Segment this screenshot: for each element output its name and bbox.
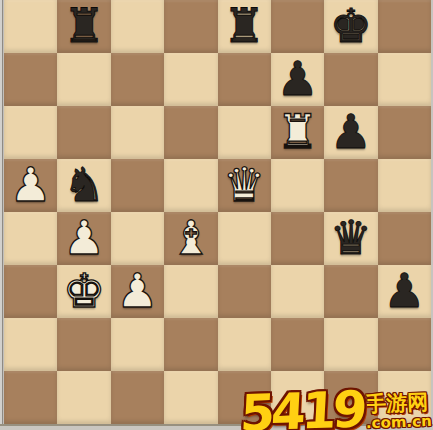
square-a5[interactable]: ♟: [4, 159, 57, 212]
square-b6[interactable]: [57, 106, 110, 159]
square-a3[interactable]: [4, 265, 57, 318]
square-e3[interactable]: [218, 265, 271, 318]
square-d7[interactable]: [164, 53, 217, 106]
square-c8[interactable]: [111, 0, 164, 53]
square-c3[interactable]: ♟: [111, 265, 164, 318]
piece-white-king[interactable]: ♚: [63, 267, 105, 314]
square-c1[interactable]: [111, 371, 164, 424]
square-h2[interactable]: [378, 318, 431, 371]
piece-black-rook[interactable]: ♜: [63, 2, 105, 49]
square-g8[interactable]: ♚: [324, 0, 377, 53]
square-f6[interactable]: ♜: [271, 106, 324, 159]
piece-black-pawn[interactable]: ♟: [276, 55, 318, 102]
square-h8[interactable]: [378, 0, 431, 53]
square-e6[interactable]: [218, 106, 271, 159]
square-g5[interactable]: [324, 159, 377, 212]
square-f1[interactable]: [271, 371, 324, 424]
square-h7[interactable]: [378, 53, 431, 106]
piece-black-king[interactable]: ♚: [330, 2, 372, 49]
square-d1[interactable]: [164, 371, 217, 424]
square-f3[interactable]: [271, 265, 324, 318]
square-f4[interactable]: [271, 212, 324, 265]
square-b8[interactable]: ♜: [57, 0, 110, 53]
square-e2[interactable]: [218, 318, 271, 371]
square-d5[interactable]: [164, 159, 217, 212]
square-c6[interactable]: [111, 106, 164, 159]
square-d8[interactable]: [164, 0, 217, 53]
square-d4[interactable]: ♝: [164, 212, 217, 265]
square-a7[interactable]: [4, 53, 57, 106]
square-f5[interactable]: [271, 159, 324, 212]
square-d2[interactable]: [164, 318, 217, 371]
square-h5[interactable]: [378, 159, 431, 212]
square-a6[interactable]: [4, 106, 57, 159]
square-b4[interactable]: ♟: [57, 212, 110, 265]
square-a2[interactable]: [4, 318, 57, 371]
square-b1[interactable]: [57, 371, 110, 424]
square-e7[interactable]: [218, 53, 271, 106]
square-d6[interactable]: [164, 106, 217, 159]
square-g6[interactable]: ♟: [324, 106, 377, 159]
square-e8[interactable]: ♜: [218, 0, 271, 53]
piece-white-bishop[interactable]: ♝: [170, 214, 212, 261]
piece-black-pawn[interactable]: ♟: [330, 108, 372, 155]
piece-white-pawn[interactable]: ♟: [116, 267, 158, 314]
piece-black-rook[interactable]: ♜: [223, 2, 265, 49]
piece-black-pawn[interactable]: ♟: [383, 267, 425, 314]
piece-white-queen[interactable]: ♛: [223, 161, 265, 208]
square-a4[interactable]: [4, 212, 57, 265]
square-b7[interactable]: [57, 53, 110, 106]
square-h3[interactable]: ♟: [378, 265, 431, 318]
piece-black-knight[interactable]: ♞: [63, 161, 105, 208]
square-g4[interactable]: ♛: [324, 212, 377, 265]
square-c5[interactable]: [111, 159, 164, 212]
square-f2[interactable]: [271, 318, 324, 371]
square-d3[interactable]: [164, 265, 217, 318]
square-c4[interactable]: [111, 212, 164, 265]
piece-white-pawn[interactable]: ♟: [63, 214, 105, 261]
square-a8[interactable]: [4, 0, 57, 53]
square-g7[interactable]: [324, 53, 377, 106]
piece-black-queen[interactable]: ♛: [330, 214, 372, 261]
piece-white-rook[interactable]: ♜: [276, 108, 318, 155]
square-h1[interactable]: [378, 371, 431, 424]
square-f7[interactable]: ♟: [271, 53, 324, 106]
piece-white-pawn[interactable]: ♟: [10, 161, 52, 208]
square-g3[interactable]: [324, 265, 377, 318]
chess-board: ♜♜♚♟♜♟♟♞♛♟♝♛♚♟♟: [4, 0, 431, 424]
square-e4[interactable]: [218, 212, 271, 265]
square-b2[interactable]: [57, 318, 110, 371]
frame-bottom-edge: [0, 424, 433, 430]
square-c2[interactable]: [111, 318, 164, 371]
square-a1[interactable]: [4, 371, 57, 424]
board-frame: ♜♜♚♟♜♟♟♞♛♟♝♛♚♟♟ 5419 手游网 .com.cn: [0, 0, 433, 430]
square-b3[interactable]: ♚: [57, 265, 110, 318]
square-h6[interactable]: [378, 106, 431, 159]
square-b5[interactable]: ♞: [57, 159, 110, 212]
square-c7[interactable]: [111, 53, 164, 106]
square-g1[interactable]: [324, 371, 377, 424]
square-g2[interactable]: [324, 318, 377, 371]
square-f8[interactable]: [271, 0, 324, 53]
square-h4[interactable]: [378, 212, 431, 265]
square-e5[interactable]: ♛: [218, 159, 271, 212]
square-e1[interactable]: [218, 371, 271, 424]
